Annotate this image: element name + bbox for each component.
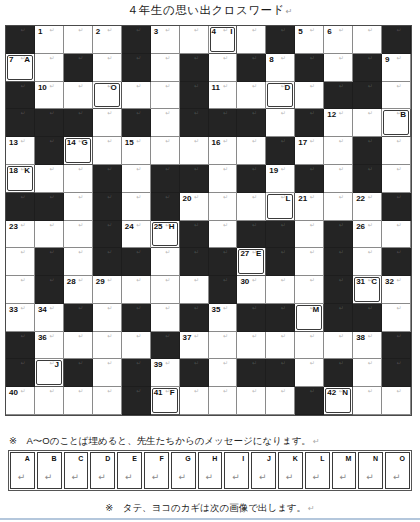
grid-cell[interactable]: ↵: [237, 26, 266, 54]
clue-number: 29: [96, 277, 105, 286]
answer-box-letter: E: [132, 455, 137, 462]
end-of-cell-mark: ↵: [281, 360, 286, 367]
grid-cell[interactable]: 2↵: [93, 26, 122, 54]
grid-cell[interactable]: ↵: [209, 165, 238, 193]
end-of-cell-mark: ↵: [194, 27, 199, 34]
end-of-cell-mark: ↵: [310, 194, 315, 201]
end-of-cell-mark: ↵: [339, 249, 344, 256]
end-of-cell-mark: ↵: [223, 194, 228, 201]
grid-cell[interactable]: ↵: [266, 109, 295, 137]
answer-box-a[interactable]: A↵: [10, 452, 35, 489]
end-of-cell-mark: ↵: [165, 55, 170, 62]
grid-cell[interactable]: ↵: [64, 26, 93, 54]
grid-cell[interactable]: ↵: [122, 82, 151, 110]
clue-number: 26: [356, 222, 365, 231]
grid-cell[interactable]: 38↵: [353, 332, 382, 360]
grid-cell[interactable]: 20↵: [180, 193, 209, 221]
grid-cell[interactable]: ↵: [209, 359, 238, 387]
grid-cell-black: ↵: [266, 304, 295, 332]
grid-cell[interactable]: ↵: [324, 54, 353, 82]
grid-cell-black: ↵: [237, 54, 266, 82]
grid-cell[interactable]: ↵: [64, 387, 93, 415]
end-of-cell-mark: ↵: [310, 333, 315, 340]
end-of-cell-mark: ↵: [397, 110, 402, 117]
grid-cell[interactable]: ↵: [237, 387, 266, 415]
clue-number: 37: [183, 333, 192, 342]
end-of-cell-mark: ↵: [368, 333, 373, 340]
answer-box-j[interactable]: J↵: [251, 452, 276, 489]
grid-cell[interactable]: ↵: [180, 276, 209, 304]
grid-cell[interactable]: ↵: [151, 304, 180, 332]
grid-cell[interactable]: ↵: [122, 332, 151, 360]
clue-number: 31: [356, 277, 365, 286]
end-of-cell-mark: ↵: [368, 83, 373, 90]
answer-box-letter: K: [293, 455, 298, 462]
answer-box-f[interactable]: F↵: [144, 452, 169, 489]
grid-cell[interactable]: ↵: [266, 276, 295, 304]
grid-cell[interactable]: 13↵: [6, 137, 35, 165]
answer-box-letter: B: [52, 455, 57, 462]
grid-cell[interactable]: ↵: [93, 359, 122, 387]
grid-cell[interactable]: 18K↵: [6, 165, 35, 193]
grid-cell[interactable]: J↵: [35, 359, 64, 387]
key-letter: F: [170, 388, 175, 397]
grid-cell[interactable]: 19↵: [266, 165, 295, 193]
end-of-cell-mark: ↵: [252, 166, 257, 173]
clue-number: 22: [356, 194, 365, 203]
end-of-cell-mark: ↵: [21, 55, 26, 62]
end-of-cell-mark: ↵: [397, 333, 402, 340]
clue-number: 25: [154, 222, 163, 231]
end-of-cell-mark: ↵: [194, 277, 199, 284]
grid-cell[interactable]: 31C↵: [353, 276, 382, 304]
end-of-cell-mark: ↵: [397, 55, 402, 62]
grid-cell[interactable]: ↵: [93, 304, 122, 332]
answer-box-b[interactable]: B↵: [37, 452, 62, 489]
grid-cell[interactable]: B↵: [382, 109, 411, 137]
end-of-cell-mark: ↵: [281, 83, 286, 90]
grid-cell[interactable]: ↵: [295, 359, 324, 387]
grid-cell-black: ↵: [93, 221, 122, 249]
grid-cell-black: ↵: [35, 193, 64, 221]
clue-number: 2: [96, 27, 100, 36]
end-of-cell-mark: ↵: [194, 138, 199, 145]
grid-cell[interactable]: D↵: [266, 82, 295, 110]
grid-cell[interactable]: ↵: [6, 276, 35, 304]
grid-cell[interactable]: ↵: [237, 193, 266, 221]
return-mark-icon: ↵: [366, 472, 374, 482]
end-of-cell-mark: ↵: [194, 194, 199, 201]
grid-cell[interactable]: ↵: [151, 54, 180, 82]
end-of-cell-mark: ↵: [78, 110, 83, 117]
grid-cell[interactable]: ↵: [180, 387, 209, 415]
grid-cell[interactable]: 5↵: [295, 26, 324, 54]
end-of-cell-mark: ↵: [252, 333, 257, 340]
end-of-cell-mark: ↵: [397, 194, 402, 201]
grid-cell-black: ↵: [353, 137, 382, 165]
grid-cell[interactable]: 1↵: [35, 26, 64, 54]
grid-cell[interactable]: 11↵: [209, 82, 238, 110]
grid-cell[interactable]: ↵: [209, 54, 238, 82]
grid-cell-black: ↵: [122, 54, 151, 82]
grid-cell[interactable]: ↵: [151, 109, 180, 137]
grid-cell[interactable]: ↵: [295, 332, 324, 360]
grid-cell[interactable]: 30↵: [237, 276, 266, 304]
grid-cell-black: ↵: [6, 109, 35, 137]
grid-cell[interactable]: 22↵: [353, 193, 382, 221]
grid-cell[interactable]: ↵: [64, 165, 93, 193]
end-of-cell-mark: ↵: [136, 83, 141, 90]
grid-cell-black: ↵: [93, 165, 122, 193]
grid-cell[interactable]: ↵: [237, 137, 266, 165]
end-of-cell-mark: ↵: [194, 388, 199, 395]
answer-box-l[interactable]: L↵: [305, 452, 330, 489]
answer-box-letter: A: [25, 455, 30, 462]
end-of-cell-mark: ↵: [252, 277, 257, 284]
return-mark-icon: ↵: [313, 437, 320, 446]
end-of-cell-mark: ↵: [107, 166, 112, 173]
clue-number: 10: [38, 83, 47, 92]
grid-cell[interactable]: ↵: [35, 54, 64, 82]
grid-cell[interactable]: ↵: [266, 387, 295, 415]
grid-cell[interactable]: ↵: [295, 82, 324, 110]
grid-cell-black: ↵: [122, 387, 151, 415]
grid-cell[interactable]: 3↵: [151, 26, 180, 54]
grid-cell[interactable]: 26↵: [353, 221, 382, 249]
end-of-cell-mark: ↵: [223, 222, 228, 229]
end-of-cell-mark: ↵: [165, 194, 170, 201]
grid-cell[interactable]: ↵: [266, 332, 295, 360]
end-of-cell-mark: ↵: [397, 166, 402, 173]
end-of-cell-mark: ↵: [281, 249, 286, 256]
end-of-cell-mark: ↵: [107, 55, 112, 62]
grid-cell[interactable]: ↵: [353, 359, 382, 387]
end-of-cell-mark: ↵: [252, 110, 257, 117]
grid-cell[interactable]: ↵: [209, 193, 238, 221]
grid-cell[interactable]: 14G↵: [64, 137, 93, 165]
grid-cell-black: ↵: [122, 304, 151, 332]
end-of-cell-mark: ↵: [252, 249, 257, 256]
grid-cell-black: ↵: [237, 165, 266, 193]
clue-number: 8: [269, 55, 273, 64]
grid-cell[interactable]: ↵: [122, 165, 151, 193]
grid-cell[interactable]: ↵: [35, 221, 64, 249]
grid-cell[interactable]: ↵: [209, 332, 238, 360]
grid-cell[interactable]: ↵: [64, 332, 93, 360]
grid-cell[interactable]: ↵: [64, 221, 93, 249]
grid-cell-black: ↵: [35, 248, 64, 276]
answer-box-o[interactable]: O↵: [385, 452, 410, 489]
end-of-cell-mark: ↵: [281, 305, 286, 312]
grid-cell[interactable]: 16↵: [209, 137, 238, 165]
end-of-cell-mark: ↵: [107, 138, 112, 145]
end-of-cell-mark: ↵: [281, 222, 286, 229]
grid-cell[interactable]: ↵: [237, 332, 266, 360]
answer-box-n[interactable]: N↵: [358, 452, 383, 489]
grid-cell[interactable]: ↵: [324, 165, 353, 193]
grid-cell[interactable]: 24↵: [122, 221, 151, 249]
document-page: { "game": "crossword", "title": "４年生の思い出…: [0, 0, 420, 522]
return-mark-icon: ↵: [18, 472, 26, 482]
grid-cell[interactable]: 4I↵: [209, 26, 238, 54]
answer-box-m[interactable]: M↵: [332, 452, 357, 489]
end-of-cell-mark: ↵: [223, 333, 228, 340]
clue-number: 14: [67, 138, 76, 147]
end-of-cell-mark: ↵: [165, 222, 170, 229]
end-of-cell-mark: ↵: [21, 194, 26, 201]
grid-cell-black: ↵: [353, 54, 382, 82]
grid-cell[interactable]: 42N↵: [324, 387, 353, 415]
end-of-cell-mark: ↵: [165, 27, 170, 34]
grid-cell[interactable]: ↵: [353, 248, 382, 276]
grid-cell[interactable]: 21↵: [295, 193, 324, 221]
grid-cell[interactable]: ↵: [324, 193, 353, 221]
grid-cell[interactable]: ↵: [93, 332, 122, 360]
end-of-cell-mark: ↵: [194, 333, 199, 340]
clue-number: 24: [125, 222, 134, 231]
grid-cell[interactable]: ↵: [122, 276, 151, 304]
grid-cell-black: ↵: [295, 387, 324, 415]
grid-cell-black: ↵: [209, 248, 238, 276]
end-of-cell-mark: ↵: [49, 305, 54, 312]
grid-cell[interactable]: ↵: [209, 221, 238, 249]
end-of-cell-mark: ↵: [223, 360, 228, 367]
grid-cell[interactable]: ↵: [93, 54, 122, 82]
grid-cell[interactable]: 10↵: [35, 82, 64, 110]
grid-cell[interactable]: ↵: [353, 26, 382, 54]
grid-cell[interactable]: ↵: [180, 26, 209, 54]
return-mark-icon: ↵: [286, 472, 294, 482]
answer-box-letter: D: [105, 455, 110, 462]
grid-cell-black: ↵: [382, 193, 411, 221]
answer-box-c[interactable]: C↵: [64, 452, 89, 489]
grid-cell-black: ↵: [64, 54, 93, 82]
grid-cell-black: ↵: [180, 221, 209, 249]
answer-box-letter: O: [400, 455, 405, 462]
grid-cell[interactable]: 27E↵: [237, 248, 266, 276]
end-of-cell-mark: ↵: [194, 305, 199, 312]
grid-cell[interactable]: ↵: [64, 248, 93, 276]
end-of-cell-mark: ↵: [21, 83, 26, 90]
grid-cell-black: ↵: [6, 332, 35, 360]
end-of-cell-mark: ↵: [78, 360, 83, 367]
return-mark-icon: ↵: [286, 7, 293, 16]
end-of-cell-mark: ↵: [78, 194, 83, 201]
grid-cell[interactable]: ↵: [64, 193, 93, 221]
grid-cell[interactable]: ↵: [382, 82, 411, 110]
end-of-cell-mark: ↵: [310, 360, 315, 367]
grid-cell[interactable]: ↵: [151, 248, 180, 276]
answer-box-h[interactable]: H↵: [198, 452, 223, 489]
grid-cell-black: ↵: [35, 137, 64, 165]
grid-cell[interactable]: 9↵: [382, 54, 411, 82]
grid-cell-black: ↵: [353, 82, 382, 110]
end-of-cell-mark: ↵: [339, 305, 344, 312]
note-clues-text: ※ タテ、ヨコのカギは次の画像で出します。: [105, 502, 306, 513]
end-of-cell-mark: ↵: [339, 333, 344, 340]
return-mark-icon: ↵: [259, 472, 267, 482]
grid-cell[interactable]: 25H↵: [151, 221, 180, 249]
grid-cell-black: ↵: [382, 26, 411, 54]
grid-cell[interactable]: M↵: [295, 304, 324, 332]
clue-number: 7: [9, 55, 13, 64]
end-of-cell-mark: ↵: [252, 388, 257, 395]
end-of-cell-mark: ↵: [49, 360, 54, 367]
end-of-cell-mark: ↵: [107, 110, 112, 117]
grid-cell[interactable]: ↵: [295, 248, 324, 276]
grid-cell[interactable]: ↵: [382, 137, 411, 165]
end-of-cell-mark: ↵: [252, 360, 257, 367]
end-of-cell-mark: ↵: [165, 277, 170, 284]
end-of-cell-mark: ↵: [49, 166, 54, 173]
clue-number: 9: [385, 55, 389, 64]
end-of-cell-mark: ↵: [49, 110, 54, 117]
grid-cell[interactable]: ↵: [295, 221, 324, 249]
answer-box-e[interactable]: E↵: [117, 452, 142, 489]
grid-cell-black: ↵: [6, 26, 35, 54]
end-of-cell-mark: ↵: [194, 83, 199, 90]
end-of-cell-mark: ↵: [281, 55, 286, 62]
clue-number: 33: [9, 305, 18, 314]
end-of-cell-mark: ↵: [281, 27, 286, 34]
end-of-cell-mark: ↵: [368, 27, 373, 34]
grid-cell[interactable]: ↵: [209, 387, 238, 415]
answer-box-g[interactable]: G↵: [171, 452, 196, 489]
grid-cell[interactable]: ↵: [180, 137, 209, 165]
grid-cell[interactable]: ↵: [382, 304, 411, 332]
end-of-cell-mark: ↵: [397, 249, 402, 256]
grid-cell[interactable]: 41F↵: [151, 387, 180, 415]
grid-cell[interactable]: ↵: [64, 82, 93, 110]
end-of-cell-mark: ↵: [136, 360, 141, 367]
end-of-cell-mark: ↵: [339, 360, 344, 367]
grid-cell[interactable]: ↵: [151, 276, 180, 304]
end-of-cell-mark: ↵: [78, 333, 83, 340]
end-of-cell-mark: ↵: [21, 138, 26, 145]
grid-cell-black: ↵: [180, 54, 209, 82]
end-of-cell-mark: ↵: [223, 277, 228, 284]
grid-cell-black: ↵: [151, 165, 180, 193]
end-of-cell-mark: ↵: [165, 83, 170, 90]
answer-box-letter: H: [212, 455, 217, 462]
grid-cell[interactable]: ↵: [6, 248, 35, 276]
grid-cell[interactable]: 39↵: [151, 359, 180, 387]
grid-cell[interactable]: ↵: [324, 332, 353, 360]
end-of-cell-mark: ↵: [310, 277, 315, 284]
end-of-cell-mark: ↵: [368, 138, 373, 145]
grid-cell-black: ↵: [266, 137, 295, 165]
grid-cell[interactable]: 29↵: [93, 276, 122, 304]
end-of-cell-mark: ↵: [310, 27, 315, 34]
clue-number: 19: [269, 166, 278, 175]
grid-cell[interactable]: 6↵: [324, 26, 353, 54]
end-of-cell-mark: ↵: [78, 249, 83, 256]
grid-cell[interactable]: ↵: [151, 82, 180, 110]
grid-cell[interactable]: ↵: [237, 82, 266, 110]
grid-cell[interactable]: ↵: [35, 165, 64, 193]
end-of-cell-mark: ↵: [78, 83, 83, 90]
end-of-cell-mark: ↵: [397, 27, 402, 34]
end-of-cell-mark: ↵: [310, 305, 315, 312]
grid-cell[interactable]: 36↵: [35, 332, 64, 360]
end-of-cell-mark: ↵: [49, 222, 54, 229]
clue-number: 11: [212, 83, 220, 92]
grid-cell[interactable]: 32↵: [382, 276, 411, 304]
grid-cell[interactable]: L↵: [266, 193, 295, 221]
answer-box-letter: F: [160, 455, 164, 462]
clue-number: 30: [240, 277, 249, 286]
grid-cell[interactable]: 33↵: [6, 304, 35, 332]
grid-cell[interactable]: ↵: [93, 137, 122, 165]
end-of-cell-mark: ↵: [252, 194, 257, 201]
end-of-cell-mark: ↵: [223, 249, 228, 256]
end-of-cell-mark: ↵: [281, 388, 286, 395]
end-of-cell-mark: ↵: [78, 55, 83, 62]
end-of-cell-mark: ↵: [107, 27, 112, 34]
end-of-cell-mark: ↵: [49, 277, 54, 284]
answer-box-letter: C: [78, 455, 83, 462]
answer-box-i[interactable]: I↵: [224, 452, 249, 489]
grid-cell[interactable]: ↵: [122, 193, 151, 221]
grid-cell[interactable]: 37↵: [180, 332, 209, 360]
crossword-grid: ↵1↵↵2↵↵3↵↵4I↵↵↵5↵6↵↵↵7A↵↵↵↵↵↵↵↵↵8↵↵↵↵9↵↵…: [5, 25, 412, 416]
grid-cell[interactable]: 40↵: [6, 387, 35, 415]
grid-cell[interactable]: ↵: [382, 387, 411, 415]
end-of-cell-mark: ↵: [107, 305, 112, 312]
grid-cell[interactable]: 12↵: [324, 109, 353, 137]
grid-cell[interactable]: ↵: [382, 221, 411, 249]
grid-cell-black: ↵: [180, 359, 209, 387]
answer-box-d[interactable]: D↵: [90, 452, 115, 489]
grid-cell[interactable]: 35↵: [209, 304, 238, 332]
grid-cell[interactable]: 17↵: [295, 137, 324, 165]
grid-cell[interactable]: ↵: [151, 137, 180, 165]
end-of-cell-mark: ↵: [136, 333, 141, 340]
clue-number: 35: [212, 305, 221, 314]
grid-cell[interactable]: 15↵: [122, 137, 151, 165]
grid-cell[interactable]: ↵: [382, 165, 411, 193]
end-of-cell-mark: ↵: [165, 388, 170, 395]
end-of-cell-mark: ↵: [107, 194, 112, 201]
grid-cell[interactable]: 34↵: [35, 304, 64, 332]
grid-cell[interactable]: ↵: [93, 387, 122, 415]
answer-box-k[interactable]: K↵: [278, 452, 303, 489]
clue-number: 42: [327, 388, 336, 397]
grid-cell[interactable]: ↵: [93, 109, 122, 137]
answer-box-letter: J: [267, 455, 271, 462]
grid-cell-black: ↵: [295, 165, 324, 193]
end-of-cell-mark: ↵: [78, 27, 83, 34]
end-of-cell-mark: ↵: [368, 277, 373, 284]
grid-cell[interactable]: 8↵: [266, 54, 295, 82]
grid-cell-black: ↵: [353, 165, 382, 193]
end-of-cell-mark: ↵: [194, 55, 199, 62]
grid-cell[interactable]: ↵: [295, 276, 324, 304]
grid-cell[interactable]: 28↵: [64, 276, 93, 304]
end-of-cell-mark: ↵: [281, 138, 286, 145]
grid-cell[interactable]: ↵: [35, 387, 64, 415]
grid-cell[interactable]: ↵: [353, 387, 382, 415]
end-of-cell-mark: ↵: [194, 360, 199, 367]
clue-number: 23: [9, 222, 18, 231]
grid-cell[interactable]: ↵: [353, 109, 382, 137]
grid-cell-black: ↵: [324, 276, 353, 304]
return-mark-icon: ↵: [98, 472, 106, 482]
grid-cell[interactable]: 23↵: [6, 221, 35, 249]
grid-cell[interactable]: ↵: [324, 137, 353, 165]
grid-cell[interactable]: 7A↵: [6, 54, 35, 82]
grid-cell[interactable]: O↵: [93, 82, 122, 110]
